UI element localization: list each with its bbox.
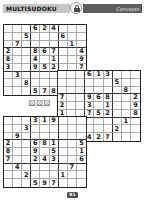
cell-r18c3[interactable]	[22, 156, 31, 164]
cell-r7c10: 6	[85, 71, 94, 79]
cell-r14c9[interactable]	[77, 125, 86, 133]
cell-r15c8[interactable]	[68, 133, 77, 141]
cell-r21c1[interactable]	[4, 179, 13, 187]
cell-r10c11: 6	[94, 94, 103, 102]
cell-r7c2: 3	[13, 72, 22, 80]
cell-r9c5: 7	[40, 87, 49, 95]
cell-r7c8[interactable]	[67, 71, 76, 79]
cell-r16c2[interactable]	[13, 140, 22, 148]
lock-body-icon	[74, 8, 80, 12]
cell-r4c5: 6	[40, 48, 49, 56]
cell-r19c1[interactable]	[4, 164, 13, 172]
cell-r11c13[interactable]	[113, 102, 122, 110]
cell-r14c1[interactable]	[4, 125, 13, 133]
cell-r2c1[interactable]	[4, 33, 13, 41]
cell-r11c14[interactable]	[122, 102, 131, 110]
cell-r15c7[interactable]	[59, 133, 68, 141]
cell-r1c9[interactable]	[77, 25, 86, 33]
cell-r21c2[interactable]	[13, 179, 22, 187]
cell-r18c6: 3	[50, 156, 59, 164]
cell-r8c15[interactable]	[131, 79, 140, 87]
cell-r7c11: 1	[94, 71, 103, 79]
cell-r6c1: 3	[4, 64, 13, 72]
cell-r2c9[interactable]	[77, 33, 86, 41]
cell-r1c4: 6	[31, 25, 40, 33]
cell-r21c9[interactable]	[77, 179, 86, 187]
cell-r8c13: 5	[113, 79, 122, 87]
cell-r13c15[interactable]	[131, 118, 140, 126]
difficulty-dice-icons: ⚄⚄⚄	[25, 99, 55, 109]
cell-r12c13[interactable]	[113, 110, 122, 118]
cell-r18c5: 4	[40, 156, 49, 164]
cell-r1c6: 4	[50, 25, 59, 33]
cell-r11c9[interactable]	[76, 102, 85, 110]
cell-r14c14[interactable]	[122, 125, 131, 133]
cell-r13c14: 1	[122, 118, 131, 126]
cell-r8c9[interactable]	[76, 79, 85, 87]
cell-r13c8[interactable]	[68, 117, 77, 125]
cell-r1c1[interactable]	[4, 25, 13, 33]
cell-r13c4: 3	[31, 117, 40, 125]
cell-r7c15[interactable]	[131, 71, 140, 79]
cell-r13c2[interactable]	[13, 117, 22, 125]
cell-r7c9[interactable]	[76, 71, 85, 79]
cell-r21c6: 7	[50, 179, 59, 187]
cell-r18c4: 2	[31, 156, 40, 164]
cell-r13c1[interactable]	[4, 117, 13, 125]
cell-r8c3: 8	[22, 79, 31, 87]
cell-r8c1[interactable]	[4, 79, 13, 87]
cell-r8c2[interactable]	[13, 79, 22, 87]
cell-r20c1[interactable]	[4, 171, 13, 179]
cell-r6c3[interactable]	[22, 64, 31, 72]
cell-r4c7[interactable]	[59, 48, 68, 56]
cell-r7c4[interactable]	[31, 72, 40, 80]
cell-r3c8: 1	[68, 41, 77, 49]
cell-r17c3[interactable]	[22, 148, 31, 156]
cell-r5c3[interactable]	[22, 56, 31, 64]
cell-r6c4: 9	[31, 64, 40, 72]
cell-r15c11: 2	[94, 133, 103, 141]
brand-label: Concepts	[116, 6, 139, 12]
cell-r13c6: 9	[50, 117, 59, 125]
cell-r17c8[interactable]	[68, 148, 77, 156]
cell-r18c9: 6	[77, 156, 86, 164]
cell-r9c8[interactable]	[67, 87, 76, 95]
cell-r16c5: 8	[40, 140, 49, 148]
cell-r14c5[interactable]	[40, 125, 49, 133]
cell-r16c3[interactable]	[22, 140, 31, 148]
cell-r2c7: 6	[59, 33, 68, 41]
cell-r18c7[interactable]	[59, 156, 68, 164]
cell-r12c12: 2	[104, 110, 113, 118]
cell-r21c3[interactable]	[22, 179, 31, 187]
cell-r1c5: 2	[40, 25, 49, 33]
cell-r21c5: 9	[40, 179, 49, 187]
cell-r16c7[interactable]	[59, 140, 68, 148]
cell-r14c7[interactable]	[59, 125, 68, 133]
cell-r19c9[interactable]	[77, 164, 86, 172]
cell-r14c6[interactable]	[50, 125, 59, 133]
cell-r17c2[interactable]	[13, 148, 22, 156]
cell-r7c7[interactable]	[58, 71, 67, 79]
cell-r19c4[interactable]	[31, 164, 40, 172]
cell-r12c11: 5	[94, 110, 103, 118]
cell-r8c12[interactable]	[104, 79, 113, 87]
cell-r2c5[interactable]	[40, 33, 49, 41]
cell-r2c3: 5	[22, 33, 31, 41]
cell-r13c9[interactable]	[77, 117, 86, 125]
page-title: MULTISUDOKU	[6, 5, 57, 12]
cell-r9c13[interactable]	[113, 87, 122, 95]
cell-r4c2[interactable]	[13, 48, 22, 56]
cell-r6c5: 5	[40, 64, 49, 72]
cell-r8c10[interactable]	[85, 79, 94, 87]
cell-r15c15[interactable]	[131, 133, 140, 141]
cell-r3c3[interactable]	[22, 41, 31, 49]
cell-r14c15[interactable]	[131, 125, 140, 133]
cell-r3c7[interactable]	[59, 41, 68, 49]
lock-icon	[70, 2, 82, 14]
cell-r5c7[interactable]	[59, 56, 68, 64]
cell-r13c7[interactable]	[59, 117, 68, 125]
cell-r16c8[interactable]	[68, 140, 77, 148]
cell-r7c5[interactable]	[40, 72, 49, 80]
cell-r10c13[interactable]	[113, 94, 122, 102]
cell-r19c2: 4	[13, 164, 22, 172]
cell-r5c8[interactable]	[68, 56, 77, 64]
cell-r19c5[interactable]	[40, 164, 49, 172]
cell-r7c14[interactable]	[122, 71, 131, 79]
cell-r20c8[interactable]	[68, 171, 77, 179]
puzzle-page: MULTISUDOKU Concepts 6245671286748419395…	[0, 0, 145, 203]
cell-r4c8[interactable]	[68, 48, 77, 56]
cell-r9c4: 5	[31, 87, 40, 95]
cell-r10c8[interactable]	[67, 94, 76, 102]
cell-r11c8[interactable]	[67, 102, 76, 110]
cell-r8c7[interactable]	[58, 79, 67, 87]
cell-r9c2[interactable]	[13, 87, 22, 95]
cell-r15c12: 7	[104, 133, 113, 141]
cell-r20c3: 2	[22, 171, 31, 179]
cell-r9c9[interactable]	[76, 87, 85, 95]
header-title-bar: MULTISUDOKU	[3, 4, 70, 13]
cell-r15c3[interactable]	[22, 133, 31, 141]
cell-r8c8[interactable]	[67, 79, 76, 87]
cell-r17c7[interactable]	[59, 148, 68, 156]
cell-r20c7: 1	[59, 171, 68, 179]
cell-r8c11[interactable]	[94, 79, 103, 87]
cell-r13c12[interactable]	[104, 118, 113, 126]
cell-r19c8: 7	[68, 164, 77, 172]
cell-r1c2[interactable]	[13, 25, 22, 33]
cell-r14c8[interactable]	[68, 125, 77, 133]
cell-r15c2: 9	[13, 133, 22, 141]
header-brand-bar: Concepts	[83, 4, 142, 13]
cell-r21c8[interactable]	[68, 179, 77, 187]
cell-r13c11[interactable]	[94, 118, 103, 126]
cell-r4c3[interactable]	[22, 48, 31, 56]
cell-r13c5: 1	[40, 117, 49, 125]
cell-r20c9[interactable]	[77, 171, 86, 179]
cell-r7c1[interactable]	[4, 72, 13, 80]
cell-r9c14: 8	[122, 87, 131, 95]
cell-r7c12: 3	[104, 71, 113, 79]
cell-r19c6[interactable]	[50, 164, 59, 172]
cell-r14c13: 2	[113, 125, 122, 133]
cell-r10c14[interactable]	[122, 94, 131, 102]
cell-r2c4[interactable]	[31, 33, 40, 41]
cell-r15c13[interactable]	[113, 133, 122, 141]
cell-r21c7[interactable]	[59, 179, 68, 187]
cell-r3c2: 7	[13, 41, 22, 49]
cell-r9c1[interactable]	[4, 87, 13, 95]
cell-r5c2[interactable]	[13, 56, 22, 64]
cell-r9c3[interactable]	[22, 87, 31, 95]
sudoku-grid-bottom-left: 31939268158951724364721597	[3, 116, 87, 188]
cell-r1c8[interactable]	[68, 25, 77, 33]
cell-r15c14[interactable]	[122, 133, 131, 141]
cell-r18c1: 7	[4, 156, 13, 164]
cell-r21c4: 5	[31, 179, 40, 187]
page-number-badge: 81	[67, 192, 78, 198]
cell-r14c4[interactable]	[31, 125, 40, 133]
cell-r2c6[interactable]	[50, 33, 59, 41]
cell-r12c15: 8	[131, 110, 140, 118]
cell-r14c3: 3	[22, 125, 31, 133]
cell-r20c2[interactable]	[13, 171, 22, 179]
cell-r10c9[interactable]	[76, 94, 85, 102]
